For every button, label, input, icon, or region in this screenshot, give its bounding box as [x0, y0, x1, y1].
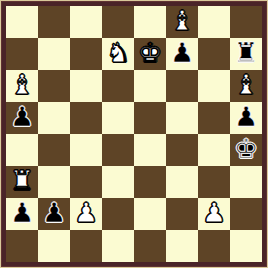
piece-black-king[interactable]: ♚ — [234, 134, 258, 165]
chess-board-frame: ♝♞♚♟♜♝♝♟♟♚♜♟♟♟♟ — [0, 0, 268, 268]
square-f6[interactable] — [166, 70, 198, 102]
square-d3[interactable] — [102, 166, 134, 198]
square-d4[interactable] — [102, 134, 134, 166]
chess-board: ♝♞♚♟♜♝♝♟♟♚♜♟♟♟♟ — [6, 6, 262, 262]
square-h7[interactable]: ♜ — [230, 38, 262, 70]
piece-white-pawn[interactable]: ♟ — [74, 198, 98, 229]
square-a4[interactable] — [6, 134, 38, 166]
square-h8[interactable] — [230, 6, 262, 38]
square-a3[interactable]: ♜ — [6, 166, 38, 198]
square-f2[interactable] — [166, 198, 198, 230]
square-d1[interactable] — [102, 230, 134, 262]
square-d6[interactable] — [102, 70, 134, 102]
square-c6[interactable] — [70, 70, 102, 102]
square-a5[interactable]: ♟ — [6, 102, 38, 134]
piece-white-rook[interactable]: ♜ — [10, 166, 34, 197]
square-b3[interactable] — [38, 166, 70, 198]
square-e2[interactable] — [134, 198, 166, 230]
square-b4[interactable] — [38, 134, 70, 166]
piece-white-bishop[interactable]: ♝ — [234, 70, 258, 101]
square-b1[interactable] — [38, 230, 70, 262]
piece-white-pawn[interactable]: ♟ — [202, 198, 226, 229]
square-e5[interactable] — [134, 102, 166, 134]
square-b2[interactable]: ♟ — [38, 198, 70, 230]
square-b8[interactable] — [38, 6, 70, 38]
square-d8[interactable] — [102, 6, 134, 38]
square-b5[interactable] — [38, 102, 70, 134]
square-d2[interactable] — [102, 198, 134, 230]
square-c2[interactable]: ♟ — [70, 198, 102, 230]
square-g1[interactable] — [198, 230, 230, 262]
square-g2[interactable]: ♟ — [198, 198, 230, 230]
square-f3[interactable] — [166, 166, 198, 198]
piece-black-pawn[interactable]: ♟ — [10, 102, 34, 133]
square-d5[interactable] — [102, 102, 134, 134]
square-b7[interactable] — [38, 38, 70, 70]
square-e6[interactable] — [134, 70, 166, 102]
square-h1[interactable] — [230, 230, 262, 262]
square-c4[interactable] — [70, 134, 102, 166]
square-a8[interactable] — [6, 6, 38, 38]
square-c7[interactable] — [70, 38, 102, 70]
square-f4[interactable] — [166, 134, 198, 166]
square-g5[interactable] — [198, 102, 230, 134]
square-e7[interactable]: ♚ — [134, 38, 166, 70]
square-e4[interactable] — [134, 134, 166, 166]
square-h2[interactable] — [230, 198, 262, 230]
piece-white-bishop[interactable]: ♝ — [10, 70, 34, 101]
piece-black-pawn[interactable]: ♟ — [234, 102, 258, 133]
square-g4[interactable] — [198, 134, 230, 166]
piece-white-king[interactable]: ♚ — [138, 38, 162, 69]
square-f1[interactable] — [166, 230, 198, 262]
square-c8[interactable] — [70, 6, 102, 38]
square-g8[interactable] — [198, 6, 230, 38]
square-g3[interactable] — [198, 166, 230, 198]
square-b6[interactable] — [38, 70, 70, 102]
square-d7[interactable]: ♞ — [102, 38, 134, 70]
square-a2[interactable]: ♟ — [6, 198, 38, 230]
square-h5[interactable]: ♟ — [230, 102, 262, 134]
square-f5[interactable] — [166, 102, 198, 134]
piece-black-rook[interactable]: ♜ — [234, 38, 258, 69]
piece-white-knight[interactable]: ♞ — [106, 38, 130, 69]
piece-black-pawn[interactable]: ♟ — [42, 198, 66, 229]
square-g6[interactable] — [198, 70, 230, 102]
piece-black-pawn[interactable]: ♟ — [170, 38, 194, 69]
piece-black-pawn[interactable]: ♟ — [10, 198, 34, 229]
square-f8[interactable]: ♝ — [166, 6, 198, 38]
piece-white-bishop[interactable]: ♝ — [170, 6, 194, 37]
square-g7[interactable] — [198, 38, 230, 70]
square-h6[interactable]: ♝ — [230, 70, 262, 102]
square-c5[interactable] — [70, 102, 102, 134]
square-f7[interactable]: ♟ — [166, 38, 198, 70]
square-e8[interactable] — [134, 6, 166, 38]
square-c3[interactable] — [70, 166, 102, 198]
square-e1[interactable] — [134, 230, 166, 262]
square-e3[interactable] — [134, 166, 166, 198]
square-a7[interactable] — [6, 38, 38, 70]
square-a1[interactable] — [6, 230, 38, 262]
square-h3[interactable] — [230, 166, 262, 198]
square-h4[interactable]: ♚ — [230, 134, 262, 166]
square-a6[interactable]: ♝ — [6, 70, 38, 102]
square-c1[interactable] — [70, 230, 102, 262]
